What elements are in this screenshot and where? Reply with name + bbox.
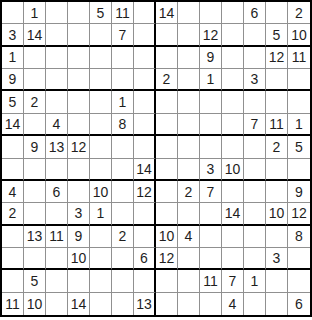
grid-cell-given[interactable]: 2 — [288, 2, 310, 24]
grid-cell-empty[interactable] — [112, 181, 134, 203]
grid-cell-empty[interactable] — [90, 226, 112, 248]
grid-cell-given[interactable]: 7 — [222, 270, 244, 292]
grid-cell-given[interactable]: 7 — [112, 24, 134, 46]
grid-cell-empty[interactable] — [266, 91, 288, 113]
grid-cell-empty[interactable] — [156, 114, 178, 136]
grid-cell-given[interactable]: 10 — [24, 293, 46, 315]
grid-cell-given[interactable]: 6 — [288, 293, 310, 315]
grid-cell-empty[interactable] — [46, 293, 68, 315]
grid-cell-given[interactable]: 10 — [288, 24, 310, 46]
grid-cell-empty[interactable] — [2, 248, 24, 270]
grid-cell-given[interactable]: 3 — [2, 24, 24, 46]
grid-cell-given[interactable]: 10 — [68, 248, 90, 270]
grid-cell-empty[interactable] — [200, 293, 222, 315]
grid-cell-empty[interactable] — [112, 293, 134, 315]
grid-cell-empty[interactable] — [156, 270, 178, 292]
grid-cell-empty[interactable] — [46, 24, 68, 46]
grid-cell-empty[interactable] — [178, 24, 200, 46]
grid-cell-given[interactable]: 1 — [112, 91, 134, 113]
grid-cell-empty[interactable] — [222, 24, 244, 46]
grid-cell-given[interactable]: 4 — [2, 181, 24, 203]
grid-cell-empty[interactable] — [200, 2, 222, 24]
grid-cell-empty[interactable] — [266, 293, 288, 315]
grid-cell-empty[interactable] — [222, 47, 244, 69]
grid-cell-empty[interactable] — [178, 69, 200, 91]
grid-cell-empty[interactable] — [178, 159, 200, 181]
grid-cell-empty[interactable] — [46, 91, 68, 113]
grid-cell-empty[interactable] — [90, 91, 112, 113]
grid-cell-given[interactable]: 14 — [134, 159, 156, 181]
grid-cell-given[interactable]: 11 — [112, 2, 134, 24]
grid-cell-empty[interactable] — [134, 136, 156, 158]
grid-cell-empty[interactable] — [134, 114, 156, 136]
grid-cell-empty[interactable] — [244, 181, 266, 203]
grid-cell-given[interactable]: 14 — [2, 114, 24, 136]
grid-cell-empty[interactable] — [90, 248, 112, 270]
grid-cell-empty[interactable] — [178, 248, 200, 270]
grid-cell-given[interactable]: 2 — [2, 203, 24, 225]
grid-cell-empty[interactable] — [90, 270, 112, 292]
grid-cell-empty[interactable] — [244, 203, 266, 225]
grid-cell-given[interactable]: 4 — [178, 226, 200, 248]
grid-cell-empty[interactable] — [46, 248, 68, 270]
grid-cell-empty[interactable] — [46, 159, 68, 181]
grid-cell-empty[interactable] — [68, 69, 90, 91]
grid-cell-given[interactable]: 4 — [46, 114, 68, 136]
grid-cell-given[interactable]: 8 — [112, 114, 134, 136]
grid-cell-given[interactable]: 6 — [46, 181, 68, 203]
grid-cell-empty[interactable] — [90, 159, 112, 181]
grid-cell-given[interactable]: 1 — [2, 47, 24, 69]
grid-cell-given[interactable]: 9 — [288, 181, 310, 203]
grid-cell-empty[interactable] — [134, 226, 156, 248]
grid-cell-empty[interactable] — [68, 2, 90, 24]
grid-cell-empty[interactable] — [288, 69, 310, 91]
grid-cell-empty[interactable] — [200, 114, 222, 136]
grid-cell-given[interactable]: 2 — [178, 181, 200, 203]
grid-cell-given[interactable]: 7 — [200, 181, 222, 203]
grid-cell-empty[interactable] — [222, 181, 244, 203]
grid-cell-empty[interactable] — [222, 114, 244, 136]
grid-cell-empty[interactable] — [68, 270, 90, 292]
grid-cell-empty[interactable] — [68, 24, 90, 46]
grid-cell-given[interactable]: 10 — [156, 226, 178, 248]
grid-cell-given[interactable]: 9 — [2, 69, 24, 91]
grid-cell-empty[interactable] — [222, 69, 244, 91]
grid-cell-empty[interactable] — [24, 181, 46, 203]
grid-cell-empty[interactable] — [178, 91, 200, 113]
sudoku-board: 1511146231471251019121192135211448711191… — [0, 0, 312, 317]
grid-cell-given[interactable]: 5 — [288, 136, 310, 158]
grid-cell-given[interactable]: 14 — [222, 203, 244, 225]
grid-cell-empty[interactable] — [222, 91, 244, 113]
grid-cell-empty[interactable] — [288, 248, 310, 270]
grid-cell-empty[interactable] — [112, 248, 134, 270]
grid-cell-empty[interactable] — [46, 2, 68, 24]
grid-cell-empty[interactable] — [90, 136, 112, 158]
grid-cell-empty[interactable] — [178, 203, 200, 225]
grid-cell-empty[interactable] — [2, 270, 24, 292]
grid-cell-empty[interactable] — [112, 47, 134, 69]
grid-cell-empty[interactable] — [24, 203, 46, 225]
grid-cell-given[interactable]: 1 — [244, 270, 266, 292]
grid-cell-given[interactable]: 9 — [68, 226, 90, 248]
grid-cell-empty[interactable] — [2, 136, 24, 158]
grid-cell-empty[interactable] — [222, 2, 244, 24]
grid-cell-given[interactable]: 2 — [24, 91, 46, 113]
grid-cell-empty[interactable] — [68, 114, 90, 136]
grid-cell-given[interactable]: 2 — [112, 226, 134, 248]
grid-cell-empty[interactable] — [244, 293, 266, 315]
grid-cell-given[interactable]: 5 — [24, 270, 46, 292]
grid-cell-empty[interactable] — [46, 47, 68, 69]
grid-cell-empty[interactable] — [288, 270, 310, 292]
grid-cell-given[interactable]: 12 — [156, 248, 178, 270]
grid-cell-given[interactable]: 11 — [46, 226, 68, 248]
grid-cell-empty[interactable] — [24, 69, 46, 91]
grid-cell-empty[interactable] — [156, 203, 178, 225]
grid-cell-given[interactable]: 5 — [266, 24, 288, 46]
grid-cell-empty[interactable] — [112, 159, 134, 181]
grid-cell-empty[interactable] — [266, 226, 288, 248]
grid-cell-given[interactable]: 7 — [244, 114, 266, 136]
grid-cell-empty[interactable] — [90, 114, 112, 136]
grid-cell-empty[interactable] — [244, 226, 266, 248]
grid-cell-empty[interactable] — [134, 47, 156, 69]
grid-cell-empty[interactable] — [266, 181, 288, 203]
grid-cell-empty[interactable] — [24, 159, 46, 181]
grid-cell-empty[interactable] — [112, 203, 134, 225]
grid-cell-empty[interactable] — [222, 248, 244, 270]
grid-cell-given[interactable]: 9 — [24, 136, 46, 158]
grid-cell-empty[interactable] — [134, 91, 156, 113]
grid-cell-empty[interactable] — [46, 270, 68, 292]
grid-cell-given[interactable]: 12 — [134, 181, 156, 203]
grid-cell-given[interactable]: 1 — [200, 69, 222, 91]
grid-cell-empty[interactable] — [178, 47, 200, 69]
grid-cell-empty[interactable] — [266, 270, 288, 292]
grid-cell-given[interactable]: 3 — [266, 248, 288, 270]
grid-cell-given[interactable]: 1 — [90, 203, 112, 225]
grid-cell-empty[interactable] — [90, 293, 112, 315]
grid-cell-given[interactable]: 12 — [200, 24, 222, 46]
page-background: 1511146231471251019121192135211448711191… — [0, 0, 312, 320]
grid-cell-empty[interactable] — [200, 248, 222, 270]
grid-cell-given[interactable]: 1 — [24, 2, 46, 24]
grid-cell-given[interactable]: 13 — [24, 226, 46, 248]
grid-cell-empty[interactable] — [156, 91, 178, 113]
grid-cell-empty[interactable] — [46, 69, 68, 91]
grid-cell-given[interactable]: 10 — [222, 159, 244, 181]
grid-cell-given[interactable]: 11 — [200, 270, 222, 292]
grid-cell-given[interactable]: 2 — [266, 136, 288, 158]
grid-cell-given[interactable]: 14 — [24, 24, 46, 46]
grid-cell-empty[interactable] — [178, 114, 200, 136]
grid-cell-empty[interactable] — [112, 136, 134, 158]
grid-cell-empty[interactable] — [156, 136, 178, 158]
grid-cell-empty[interactable] — [2, 226, 24, 248]
grid-cell-empty[interactable] — [112, 270, 134, 292]
grid-cell-given[interactable]: 11 — [288, 47, 310, 69]
grid-cell-given[interactable]: 3 — [200, 159, 222, 181]
grid-cell-empty[interactable] — [134, 270, 156, 292]
grid-cell-empty[interactable] — [134, 203, 156, 225]
grid-cell-empty[interactable] — [222, 136, 244, 158]
grid-cell-given[interactable]: 4 — [222, 293, 244, 315]
grid-cell-empty[interactable] — [68, 159, 90, 181]
grid-cell-given[interactable]: 3 — [244, 69, 266, 91]
grid-cell-empty[interactable] — [222, 226, 244, 248]
grid-cell-given[interactable]: 1 — [288, 114, 310, 136]
grid-cell-given[interactable]: 10 — [90, 181, 112, 203]
grid-cell-empty[interactable] — [200, 91, 222, 113]
grid-cell-empty[interactable] — [200, 226, 222, 248]
grid-cell-given[interactable]: 10 — [266, 203, 288, 225]
grid-cell-given[interactable]: 3 — [68, 203, 90, 225]
grid-cell-empty[interactable] — [134, 69, 156, 91]
grid-cell-empty[interactable] — [24, 114, 46, 136]
grid-cell-given[interactable]: 9 — [200, 47, 222, 69]
grid-cell-given[interactable]: 5 — [2, 91, 24, 113]
grid-cell-empty[interactable] — [24, 47, 46, 69]
grid-cell-empty[interactable] — [266, 159, 288, 181]
grid-cell-given[interactable]: 11 — [2, 293, 24, 315]
grid-cell-empty[interactable] — [90, 47, 112, 69]
grid-cell-empty[interactable] — [2, 159, 24, 181]
grid-cell-given[interactable]: 12 — [288, 203, 310, 225]
grid-cell-empty[interactable] — [244, 159, 266, 181]
grid-cell-empty[interactable] — [2, 2, 24, 24]
grid-cell-empty[interactable] — [178, 136, 200, 158]
grid-cell-empty[interactable] — [134, 2, 156, 24]
grid-cell-empty[interactable] — [68, 181, 90, 203]
grid-cell-empty[interactable] — [178, 2, 200, 24]
grid-cell-empty[interactable] — [156, 159, 178, 181]
grid-cell-empty[interactable] — [200, 136, 222, 158]
grid-cell-empty[interactable] — [244, 91, 266, 113]
grid-cell-empty[interactable] — [156, 293, 178, 315]
grid-cell-given[interactable]: 6 — [134, 248, 156, 270]
grid-cell-empty[interactable] — [68, 91, 90, 113]
grid-cell-given[interactable]: 14 — [68, 293, 90, 315]
grid-cell-empty[interactable] — [24, 248, 46, 270]
grid-cell-empty[interactable] — [134, 24, 156, 46]
grid-cell-empty[interactable] — [156, 24, 178, 46]
grid-cell-given[interactable]: 14 — [156, 2, 178, 24]
grid-cell-empty[interactable] — [112, 69, 134, 91]
grid-cell-given[interactable]: 6 — [244, 2, 266, 24]
grid-cell-given[interactable]: 13 — [134, 293, 156, 315]
grid-cell-empty[interactable] — [244, 24, 266, 46]
grid-cell-empty[interactable] — [244, 47, 266, 69]
grid-cell-given[interactable]: 12 — [68, 136, 90, 158]
grid-cell-given[interactable]: 12 — [266, 47, 288, 69]
grid-cell-empty[interactable] — [288, 159, 310, 181]
grid-cell-empty[interactable] — [266, 69, 288, 91]
grid-cell-empty[interactable] — [156, 47, 178, 69]
grid-cell-empty[interactable] — [288, 91, 310, 113]
grid-cell-empty[interactable] — [244, 248, 266, 270]
grid-cell-empty[interactable] — [90, 24, 112, 46]
grid-cell-empty[interactable] — [46, 203, 68, 225]
grid-cell-given[interactable]: 5 — [90, 2, 112, 24]
grid-cell-given[interactable]: 13 — [46, 136, 68, 158]
grid-cell-empty[interactable] — [156, 181, 178, 203]
grid-cell-given[interactable]: 8 — [288, 226, 310, 248]
grid-cell-given[interactable]: 2 — [156, 69, 178, 91]
grid-cell-given[interactable]: 11 — [266, 114, 288, 136]
grid-cell-empty[interactable] — [200, 203, 222, 225]
grid-cell-empty[interactable] — [90, 69, 112, 91]
grid-cell-empty[interactable] — [178, 293, 200, 315]
grid-cell-empty[interactable] — [178, 270, 200, 292]
grid-cell-empty[interactable] — [266, 2, 288, 24]
grid-cell-empty[interactable] — [68, 47, 90, 69]
grid-cell-empty[interactable] — [244, 136, 266, 158]
